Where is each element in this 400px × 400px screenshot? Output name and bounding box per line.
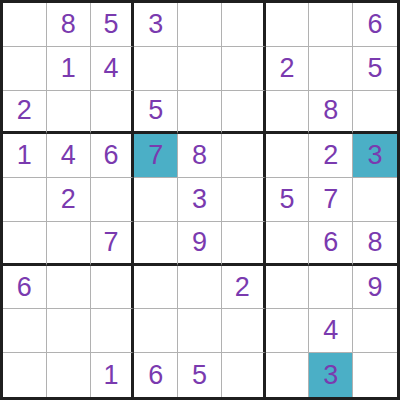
cell-r2c4[interactable]: [134, 47, 178, 91]
cell-r7c5[interactable]: [178, 266, 222, 310]
cell-digit: 8: [192, 142, 207, 169]
cell-digit: 6: [368, 11, 383, 38]
cell-r7c9[interactable]: 9: [353, 266, 397, 310]
cell-digit: 5: [148, 97, 163, 124]
cell-r3c1[interactable]: 2: [3, 91, 47, 135]
cell-r3c9[interactable]: [353, 91, 397, 135]
cell-r1c5[interactable]: [178, 3, 222, 47]
cell-r6c9[interactable]: 8: [353, 222, 397, 266]
cell-r8c6[interactable]: [222, 309, 266, 353]
cell-digit: 5: [192, 362, 207, 389]
cell-digit: 6: [17, 274, 32, 301]
cell-r4c5[interactable]: 8: [178, 134, 222, 178]
sudoku-board: 8536142525814678232357796862941653: [0, 0, 400, 400]
cell-digit: 9: [192, 229, 207, 256]
cell-digit: 1: [17, 142, 32, 169]
cell-r8c4[interactable]: [134, 309, 178, 353]
cell-r9c7[interactable]: [266, 353, 310, 397]
cell-r6c1[interactable]: [3, 222, 47, 266]
cell-r9c5[interactable]: 5: [178, 353, 222, 397]
cell-r7c4[interactable]: [134, 266, 178, 310]
cell-r3c2[interactable]: [47, 91, 91, 135]
cell-r8c3[interactable]: [91, 309, 135, 353]
cell-digit: 2: [61, 186, 76, 213]
cell-digit: 2: [235, 274, 250, 301]
cell-digit: 3: [323, 362, 338, 389]
cell-r4c8[interactable]: 2: [309, 134, 353, 178]
cell-digit: 4: [61, 142, 76, 169]
cell-r2c7[interactable]: 2: [266, 47, 310, 91]
cell-r6c5[interactable]: 9: [178, 222, 222, 266]
cell-r8c8[interactable]: 4: [309, 309, 353, 353]
cell-r7c2[interactable]: [47, 266, 91, 310]
cell-r5c8[interactable]: 7: [309, 178, 353, 222]
cell-digit: 6: [103, 142, 118, 169]
cell-r9c1[interactable]: [3, 353, 47, 397]
cell-r3c3[interactable]: [91, 91, 135, 135]
cell-digit: 4: [323, 317, 338, 344]
cell-digit: 2: [17, 97, 32, 124]
cell-r5c7[interactable]: 5: [266, 178, 310, 222]
cell-r4c6[interactable]: [222, 134, 266, 178]
cell-r5c5[interactable]: 3: [178, 178, 222, 222]
cell-r7c3[interactable]: [91, 266, 135, 310]
cell-r2c2[interactable]: 1: [47, 47, 91, 91]
cell-digit: 3: [192, 186, 207, 213]
cell-r9c3[interactable]: 1: [91, 353, 135, 397]
cell-r4c9[interactable]: 3: [353, 134, 397, 178]
cell-digit: 3: [148, 11, 163, 38]
cell-r4c4[interactable]: 7: [134, 134, 178, 178]
cell-r2c6[interactable]: [222, 47, 266, 91]
cell-digit: 1: [61, 55, 76, 82]
cell-r2c8[interactable]: [309, 47, 353, 91]
cell-r6c3[interactable]: 7: [91, 222, 135, 266]
cell-r4c2[interactable]: 4: [47, 134, 91, 178]
cell-r2c3[interactable]: 4: [91, 47, 135, 91]
cell-r1c9[interactable]: 6: [353, 3, 397, 47]
cell-r1c1[interactable]: [3, 3, 47, 47]
cell-digit: 6: [323, 229, 338, 256]
cell-digit: 7: [148, 142, 163, 169]
cell-r5c4[interactable]: [134, 178, 178, 222]
cell-r5c3[interactable]: [91, 178, 135, 222]
cell-r2c1[interactable]: [3, 47, 47, 91]
cell-r3c4[interactable]: 5: [134, 91, 178, 135]
cell-digit: 5: [103, 11, 118, 38]
cell-digit: 8: [323, 97, 338, 124]
cell-r4c7[interactable]: [266, 134, 310, 178]
cell-digit: 5: [368, 55, 383, 82]
cell-r3c8[interactable]: 8: [309, 91, 353, 135]
cell-digit: 4: [103, 55, 118, 82]
cell-r1c4[interactable]: 3: [134, 3, 178, 47]
cell-r9c2[interactable]: [47, 353, 91, 397]
cell-digit: 8: [368, 229, 383, 256]
cell-r4c1[interactable]: 1: [3, 134, 47, 178]
cell-r2c9[interactable]: 5: [353, 47, 397, 91]
cell-digit: 7: [103, 229, 118, 256]
cell-digit: 1: [103, 362, 118, 389]
cell-r5c6[interactable]: [222, 178, 266, 222]
cell-r6c6[interactable]: [222, 222, 266, 266]
cell-r2c5[interactable]: [178, 47, 222, 91]
cell-r9c9[interactable]: [353, 353, 397, 397]
cell-r8c9[interactable]: [353, 309, 397, 353]
cell-r1c2[interactable]: 8: [47, 3, 91, 47]
cell-r8c2[interactable]: [47, 309, 91, 353]
cell-digit: 6: [148, 362, 163, 389]
cell-r5c1[interactable]: [3, 178, 47, 222]
cell-r9c8[interactable]: 3: [309, 353, 353, 397]
cell-digit: 3: [368, 142, 383, 169]
cell-r6c2[interactable]: [47, 222, 91, 266]
cell-r4c3[interactable]: 6: [91, 134, 135, 178]
cell-r3c5[interactable]: [178, 91, 222, 135]
cell-r7c8[interactable]: [309, 266, 353, 310]
cell-digit: 2: [323, 142, 338, 169]
cell-r6c7[interactable]: [266, 222, 310, 266]
cell-digit: 2: [280, 55, 295, 82]
cell-r7c7[interactable]: [266, 266, 310, 310]
cell-r6c8[interactable]: 6: [309, 222, 353, 266]
cell-r7c1[interactable]: 6: [3, 266, 47, 310]
cell-r9c6[interactable]: [222, 353, 266, 397]
cell-r9c4[interactable]: 6: [134, 353, 178, 397]
cell-r8c7[interactable]: [266, 309, 310, 353]
cell-r3c7[interactable]: [266, 91, 310, 135]
cell-r1c6[interactable]: [222, 3, 266, 47]
cell-r8c1[interactable]: [3, 309, 47, 353]
cell-r7c6[interactable]: 2: [222, 266, 266, 310]
cell-digit: 5: [280, 186, 295, 213]
cell-digit: 7: [323, 186, 338, 213]
cell-r1c7[interactable]: [266, 3, 310, 47]
cell-r5c9[interactable]: [353, 178, 397, 222]
cell-digit: 8: [61, 11, 76, 38]
cell-r5c2[interactable]: 2: [47, 178, 91, 222]
cell-r1c8[interactable]: [309, 3, 353, 47]
cell-digit: 9: [368, 274, 383, 301]
cell-r6c4[interactable]: [134, 222, 178, 266]
cell-r1c3[interactable]: 5: [91, 3, 135, 47]
cell-r3c6[interactable]: [222, 91, 266, 135]
cell-r8c5[interactable]: [178, 309, 222, 353]
